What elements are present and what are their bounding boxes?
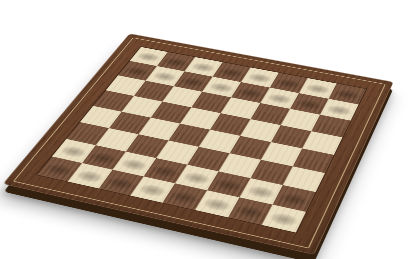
pawn-glyph: ♟ — [322, 70, 355, 114]
pawn-glyph: ♟ — [204, 48, 236, 91]
pieces-layer: ♜♞♝♛♚♝♞♜♟♟♟♟♟♟♟♟♟♟♟♟♟♟♟♟♜♞♝♛♚♝♞♜ — [3, 32, 394, 253]
pawn-glyph: ♟ — [262, 59, 295, 102]
rook-glyph: ♜ — [261, 166, 304, 224]
pawn-glyph: ♟ — [292, 64, 325, 108]
pawn-glyph: ♟ — [176, 43, 208, 86]
product-photo-scene: ♜♞♝♛♚♝♞♜♟♟♟♟♟♟♟♟♟♟♟♟♟♟♟♟♜♞♝♛♚♝♞♜ — [0, 0, 420, 259]
pawn-glyph: ♟ — [233, 53, 265, 96]
chess-board: ♜♞♝♛♚♝♞♜♟♟♟♟♟♟♟♟♟♟♟♟♟♟♟♟♜♞♝♛♚♝♞♜ — [3, 33, 394, 255]
